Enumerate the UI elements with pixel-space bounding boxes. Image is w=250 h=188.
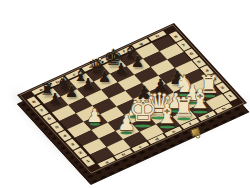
piece-black-pawn: ♟ [65,85,79,100]
piece-black-pawn: ♟ [81,77,95,92]
piece-black-pawn: ♟ [48,92,62,107]
piece-black-pawn: ♟ [131,54,145,69]
brass-clasp [190,127,201,137]
piece-white-pawn: ♟ [117,114,135,135]
black-queen-crown-tips [96,57,98,59]
piece-white-bishop: ♝ [155,101,179,128]
piece-white-pawn: ♟ [86,107,102,125]
piece-black-pawn: ♟ [114,62,128,77]
piece-black-pawn: ♟ [98,70,112,85]
pieces-layer: ♝♚♟♛♟♝♟♟♞♟♟♞♜♜♟♟♟♟♟♟♝♟♛♜♟♚♝♟ [0,0,250,188]
product-photo: abcdefgh abcdefgh 87654321 87654321 ♝♚♟♛… [0,0,250,188]
